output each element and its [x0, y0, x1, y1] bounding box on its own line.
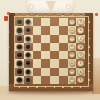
lace-detail-right — [66, 4, 71, 9]
square-g6[interactable] — [33, 26, 42, 34]
square-c3[interactable] — [59, 59, 68, 67]
square-e5[interactable] — [41, 43, 50, 51]
square-b6[interactable] — [33, 68, 42, 76]
coordinate-mark-top — [36, 14, 37, 16]
inlay-dot-bottom — [19, 86, 20, 87]
white-pawn[interactable]: ♟ — [69, 77, 75, 83]
white-queen[interactable]: ♛ — [77, 52, 84, 59]
black-pawn[interactable]: ♟ — [25, 27, 31, 33]
black-bishop[interactable]: ♝ — [16, 60, 23, 67]
white-pawn[interactable]: ♟ — [69, 69, 75, 75]
square-f3[interactable] — [59, 35, 68, 43]
black-pawn[interactable]: ♟ — [25, 69, 31, 75]
square-h4[interactable] — [50, 18, 59, 26]
square-e3[interactable] — [59, 43, 68, 51]
square-a4[interactable] — [50, 76, 59, 84]
square-h8[interactable]: ♜ — [15, 18, 24, 26]
square-b1[interactable]: ♞ — [76, 68, 85, 76]
black-rook[interactable]: ♜ — [16, 19, 23, 26]
black-rook[interactable]: ♜ — [16, 77, 23, 84]
square-c5[interactable] — [41, 59, 50, 67]
inlay-dot-bottom — [62, 86, 63, 87]
square-f8[interactable]: ♝ — [15, 35, 24, 43]
white-king[interactable]: ♚ — [77, 44, 84, 51]
square-a1[interactable]: ♜ — [76, 76, 85, 84]
square-b3[interactable] — [59, 68, 68, 76]
scene: ♜♟♟♜♞♟♟♞♝♟♟♝♚♟♟♚♛♟♟♛♝♟♟♝♞♟♟♞♜♟♟♜ — [0, 0, 100, 100]
square-b5[interactable] — [41, 68, 50, 76]
white-knight[interactable]: ♞ — [77, 68, 84, 75]
square-b2[interactable]: ♟ — [68, 68, 77, 76]
square-g8[interactable]: ♞ — [15, 26, 24, 34]
square-c6[interactable] — [33, 59, 42, 67]
table-surface-right — [92, 58, 100, 94]
square-h3[interactable] — [59, 18, 68, 26]
black-pawn[interactable]: ♟ — [25, 77, 31, 83]
square-a5[interactable] — [41, 76, 50, 84]
white-knight[interactable]: ♞ — [77, 27, 84, 34]
inlay-dot-right — [88, 79, 89, 80]
square-d3[interactable] — [59, 51, 68, 59]
square-a8[interactable]: ♜ — [15, 76, 24, 84]
square-c4[interactable] — [50, 59, 59, 67]
square-a7[interactable]: ♟ — [24, 76, 33, 84]
inlay-dot-bottom — [71, 86, 72, 87]
square-f7[interactable]: ♟ — [24, 35, 33, 43]
square-g4[interactable] — [50, 26, 59, 34]
black-pawn[interactable]: ♟ — [25, 19, 31, 25]
red-hinge-dot-2 — [9, 46, 11, 48]
white-bishop[interactable]: ♝ — [77, 35, 84, 42]
square-g2[interactable]: ♟ — [68, 26, 77, 34]
black-king[interactable]: ♚ — [16, 44, 23, 51]
square-d1[interactable]: ♛ — [76, 51, 85, 59]
square-h2[interactable]: ♟ — [68, 18, 77, 26]
coordinate-mark-top — [45, 14, 46, 16]
coordinate-mark-top — [19, 14, 20, 16]
coordinate-mark-top — [80, 14, 81, 16]
inlay-dot-right — [88, 21, 89, 22]
black-pawn[interactable]: ♟ — [25, 36, 31, 42]
coordinate-mark-top — [54, 14, 55, 16]
square-b8[interactable]: ♞ — [15, 68, 24, 76]
white-pawn[interactable]: ♟ — [69, 44, 75, 50]
square-a3[interactable] — [59, 76, 68, 84]
square-c7[interactable]: ♟ — [24, 59, 33, 67]
square-d2[interactable]: ♟ — [68, 51, 77, 59]
white-rook[interactable]: ♜ — [77, 19, 84, 26]
square-e2[interactable]: ♟ — [68, 43, 77, 51]
square-g7[interactable]: ♟ — [24, 26, 33, 34]
coordinate-mark-top — [71, 14, 72, 16]
square-d4[interactable] — [50, 51, 59, 59]
inlay-dot-bottom — [27, 86, 28, 87]
inlay-dot-right — [88, 46, 89, 47]
square-d5[interactable] — [41, 51, 50, 59]
square-f5[interactable] — [41, 35, 50, 43]
lace-detail-left — [29, 4, 34, 9]
square-h1[interactable]: ♜ — [76, 18, 85, 26]
white-pawn[interactable]: ♟ — [69, 60, 75, 66]
square-e4[interactable] — [50, 43, 59, 51]
square-d6[interactable] — [33, 51, 42, 59]
inlay-dot-right — [88, 30, 89, 31]
square-e7[interactable]: ♟ — [24, 43, 33, 51]
square-e1[interactable]: ♚ — [76, 43, 85, 51]
white-pawn[interactable]: ♟ — [69, 19, 75, 25]
inlay-dot-right — [88, 54, 89, 55]
white-bishop[interactable]: ♝ — [77, 60, 84, 67]
inlay-dot-bottom — [36, 86, 37, 87]
board-grid: ♜♟♟♜♞♟♟♞♝♟♟♝♚♟♟♚♛♟♟♛♝♟♟♝♞♟♟♞♜♟♟♜ — [15, 18, 85, 84]
red-hinge-dot-3 — [9, 61, 11, 63]
garment-vneck — [46, 1, 56, 13]
square-g3[interactable] — [59, 26, 68, 34]
square-h7[interactable]: ♟ — [24, 18, 33, 26]
black-queen[interactable]: ♛ — [16, 52, 23, 59]
white-lace-garment-background — [27, 0, 74, 14]
square-c2[interactable]: ♟ — [68, 59, 77, 67]
square-b7[interactable]: ♟ — [24, 68, 33, 76]
square-c1[interactable]: ♝ — [76, 59, 85, 67]
square-f4[interactable] — [50, 35, 59, 43]
inlay-dot-right — [88, 63, 89, 64]
square-h5[interactable] — [41, 18, 50, 26]
square-a6[interactable] — [33, 76, 42, 84]
square-b4[interactable] — [50, 68, 59, 76]
coordinate-mark-top — [28, 14, 29, 16]
white-rook[interactable]: ♜ — [77, 77, 84, 84]
black-pawn[interactable]: ♟ — [25, 44, 31, 50]
square-f6[interactable] — [33, 35, 42, 43]
coordinate-mark-top — [63, 14, 64, 16]
square-e6[interactable] — [33, 43, 42, 51]
white-pawn[interactable]: ♟ — [69, 36, 75, 42]
black-knight[interactable]: ♞ — [16, 68, 23, 75]
red-latch-left — [4, 16, 8, 21]
red-latch-right — [95, 13, 98, 16]
black-bishop[interactable]: ♝ — [16, 35, 23, 42]
black-pawn[interactable]: ♟ — [25, 60, 31, 66]
black-pawn[interactable]: ♟ — [25, 52, 31, 58]
white-pawn[interactable]: ♟ — [69, 27, 75, 33]
red-latch-left-top — [7, 12, 10, 15]
square-g5[interactable] — [41, 26, 50, 34]
chess-board: ♜♟♟♜♞♟♟♞♝♟♟♝♚♟♟♚♛♟♟♛♝♟♟♝♞♟♟♞♜♟♟♜ — [9, 13, 93, 91]
square-f2[interactable]: ♟ — [68, 35, 77, 43]
white-pawn[interactable]: ♟ — [69, 52, 75, 58]
square-f1[interactable]: ♝ — [76, 35, 85, 43]
square-d8[interactable]: ♛ — [15, 51, 24, 59]
square-a2[interactable]: ♟ — [68, 76, 77, 84]
square-h6[interactable] — [33, 18, 42, 26]
square-g1[interactable]: ♞ — [76, 26, 85, 34]
square-d7[interactable]: ♟ — [24, 51, 33, 59]
square-e8[interactable]: ♚ — [15, 43, 24, 51]
inlay-dot-bottom — [54, 86, 55, 87]
red-hinge-dot-1 — [9, 31, 11, 33]
black-knight[interactable]: ♞ — [16, 27, 23, 34]
square-c8[interactable]: ♝ — [15, 59, 24, 67]
